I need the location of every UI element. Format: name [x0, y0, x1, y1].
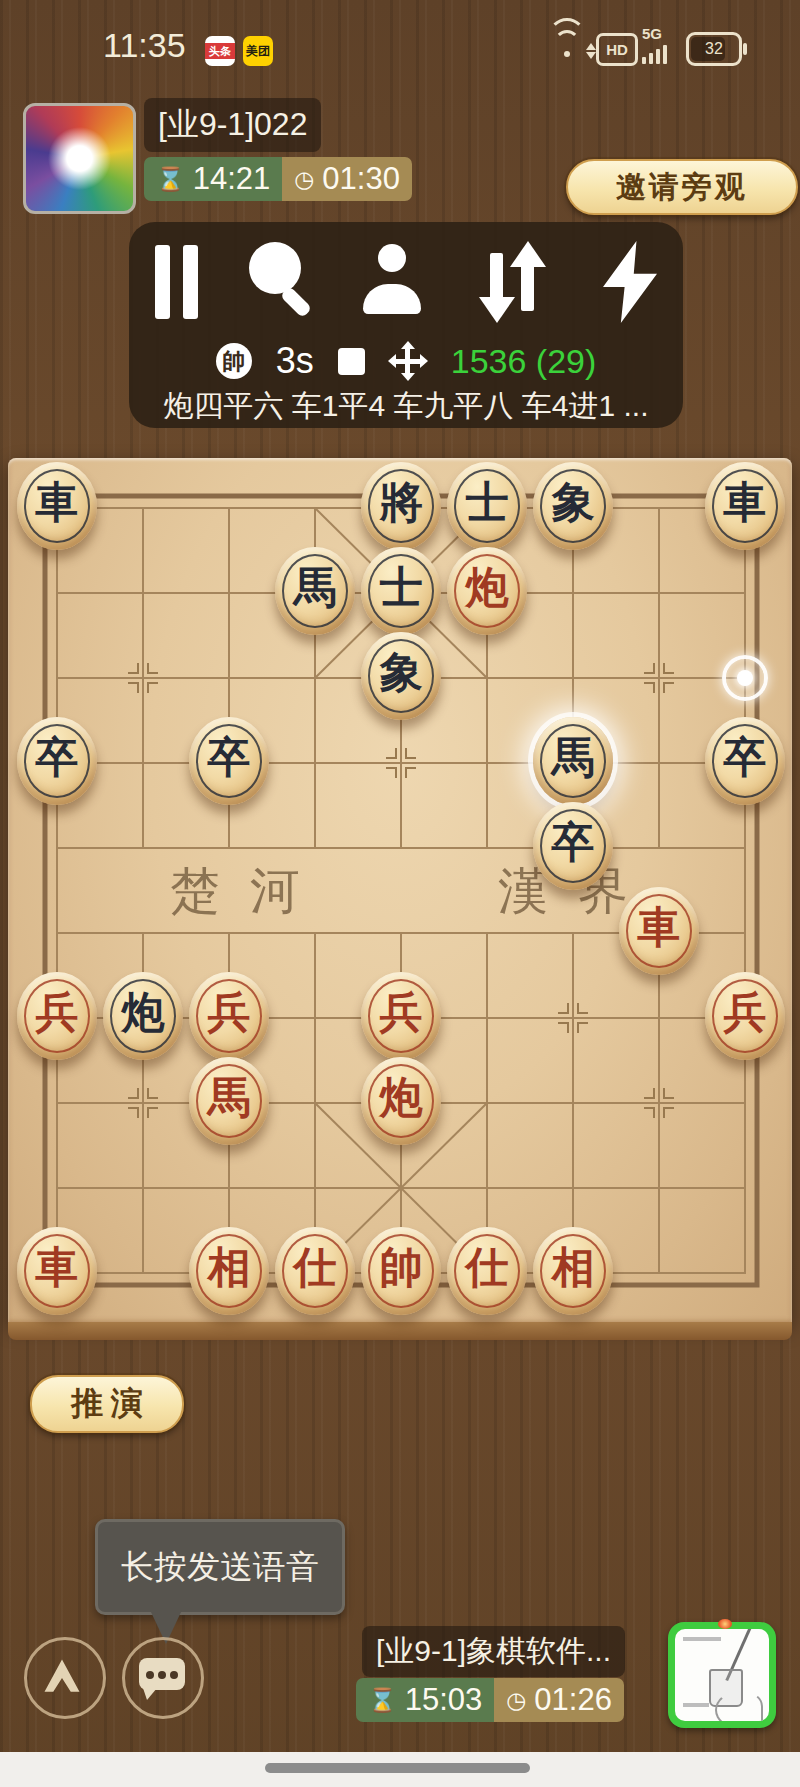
piece-red-soldier[interactable]: 兵	[705, 972, 785, 1060]
battery-icon: 32	[686, 32, 742, 66]
app-screen: { "game": "xiangqi", "status_bar": { "ti…	[0, 0, 800, 1787]
engine-status-row: 帥 3s 1536 (29)	[129, 340, 683, 382]
review-button[interactable]: 推演	[30, 1375, 184, 1433]
move-list[interactable]: 炮四平六 车1平4 车九平八 车4进1 ...	[129, 386, 683, 427]
engine-score: 1536 (29)	[451, 342, 597, 381]
bottom-player-avatar[interactable]	[668, 1622, 776, 1728]
piece-red-advisor[interactable]: 仕	[275, 1227, 355, 1315]
control-panel: 帥 3s 1536 (29) 炮四平六 车1平4 车九平八 车4进1 ...	[129, 222, 683, 428]
flash-move-button[interactable]	[603, 241, 657, 323]
piece-black-chariot[interactable]: 車	[705, 462, 785, 550]
piece-red-cannon[interactable]: 炮	[447, 547, 527, 635]
analyze-search-button[interactable]	[249, 242, 311, 322]
clock-icon: ◷	[506, 1687, 526, 1714]
meituan-app-icon: 美团	[243, 36, 273, 66]
last-move-origin-marker	[722, 655, 768, 701]
signal-bars-icon	[642, 44, 672, 64]
piece-red-soldier[interactable]: 兵	[189, 972, 269, 1060]
top-game-time: ⌛ 14:21	[144, 157, 282, 201]
signal-5g-label: 5G	[642, 25, 662, 42]
piece-black-chariot[interactable]: 車	[17, 462, 97, 550]
bottom-game-time: ⌛ 15:03	[356, 1678, 494, 1722]
app-logo-icon	[39, 1654, 85, 1700]
bottom-player-timer: ⌛ 15:03 ◷ 01:26	[356, 1678, 624, 1722]
piece-black-soldier[interactable]: 卒	[705, 717, 785, 805]
piece-black-advisor[interactable]: 士	[361, 547, 441, 635]
piece-black-cannon[interactable]: 炮	[103, 972, 183, 1060]
piece-red-chariot[interactable]: 車	[619, 887, 699, 975]
top-player-avatar[interactable]	[23, 103, 136, 214]
top-player-name: [业9-1]022	[144, 98, 321, 152]
bottom-player-name: [业9-1]象棋软件...	[362, 1626, 625, 1677]
move-arrows-icon	[389, 342, 427, 380]
piece-black-horse[interactable]: 馬	[533, 717, 613, 805]
bottom-move-time: ◷ 01:26	[494, 1678, 624, 1722]
hd-badge: HD	[596, 33, 638, 66]
top-move-time: ◷ 01:30	[282, 157, 412, 201]
piece-red-horse[interactable]: 馬	[189, 1057, 269, 1145]
board-edge	[8, 1322, 792, 1340]
piece-red-advisor[interactable]: 仕	[447, 1227, 527, 1315]
status-time: 11:35	[103, 26, 186, 65]
piece-red-soldier[interactable]: 兵	[361, 972, 441, 1060]
top-player-timer: ⌛ 14:21 ◷ 01:30	[144, 157, 412, 201]
piece-black-soldier[interactable]: 卒	[189, 717, 269, 805]
piece-black-horse[interactable]: 馬	[275, 547, 355, 635]
voice-tooltip: 长按发送语音	[95, 1519, 345, 1615]
invite-spectators-button[interactable]: 邀请旁观	[566, 159, 798, 215]
home-indicator[interactable]	[265, 1763, 530, 1773]
piece-black-general[interactable]: 將	[361, 462, 441, 550]
avatar-flame-decoration	[718, 1619, 732, 1629]
xiangqi-board[interactable]: 楚河 漢界 車將士象車馬士炮象卒卒馬卒卒車兵炮兵兵兵馬炮車相仕帥仕相	[8, 458, 792, 1352]
piece-red-cannon[interactable]: 炮	[361, 1057, 441, 1145]
think-time: 3s	[276, 340, 314, 382]
toutiao-app-icon: 头条	[205, 36, 235, 66]
piece-red-elephant[interactable]: 相	[533, 1227, 613, 1315]
stop-square-icon	[338, 348, 365, 375]
piece-black-soldier[interactable]: 卒	[17, 717, 97, 805]
clock-icon: ◷	[294, 166, 314, 193]
piece-black-elephant[interactable]: 象	[533, 462, 613, 550]
avatar-sketch	[675, 1629, 769, 1721]
piece-red-general[interactable]: 帥	[361, 1227, 441, 1315]
piece-black-soldier[interactable]: 卒	[533, 802, 613, 890]
swap-sides-button[interactable]	[472, 241, 552, 323]
home-button[interactable]	[24, 1637, 106, 1719]
red-general-turn-indicator: 帥	[216, 343, 252, 379]
piece-black-advisor[interactable]: 士	[447, 462, 527, 550]
piece-red-chariot[interactable]: 車	[17, 1227, 97, 1315]
wifi-icon	[546, 30, 588, 60]
profile-button[interactable]	[363, 244, 421, 320]
piece-red-soldier[interactable]: 兵	[17, 972, 97, 1060]
chat-voice-button[interactable]	[122, 1637, 204, 1719]
hourglass-icon: ⌛	[368, 1687, 397, 1714]
piece-red-elephant[interactable]: 相	[189, 1227, 269, 1315]
pieces-layer: 車將士象車馬士炮象卒卒馬卒卒車兵炮兵兵兵馬炮車相仕帥仕相	[8, 458, 792, 1324]
piece-black-elephant[interactable]: 象	[361, 632, 441, 720]
pause-button[interactable]	[155, 245, 198, 319]
hourglass-icon: ⌛	[156, 166, 185, 193]
